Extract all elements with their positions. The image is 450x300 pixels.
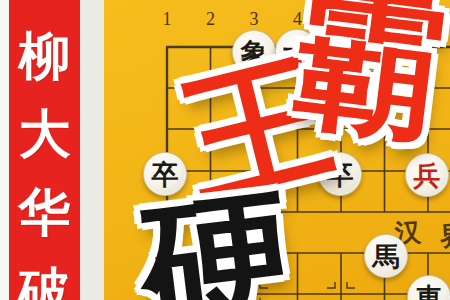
banner-char-4: 破 (9, 266, 80, 300)
piece-black-horse[interactable]: 馬 (364, 234, 408, 278)
banner-char-1: 柳 (9, 30, 80, 82)
player-name-banner: 柳 大 华 破 (9, 0, 80, 300)
banner-char-2: 大 (9, 108, 80, 160)
thumbnail: 柳 大 华 破 (0, 0, 450, 300)
banner-char-3: 华 (9, 186, 80, 238)
left-margin (0, 0, 9, 300)
stamp-ying: 硬 (133, 181, 309, 300)
stamp-ba: 霸 (283, 0, 450, 149)
file-label-3: 3 (250, 9, 259, 30)
file-label-1: 1 (163, 9, 172, 30)
banner-board-gap (80, 0, 104, 300)
river-text-jie: 界 (439, 218, 450, 255)
file-label-2: 2 (206, 9, 215, 30)
